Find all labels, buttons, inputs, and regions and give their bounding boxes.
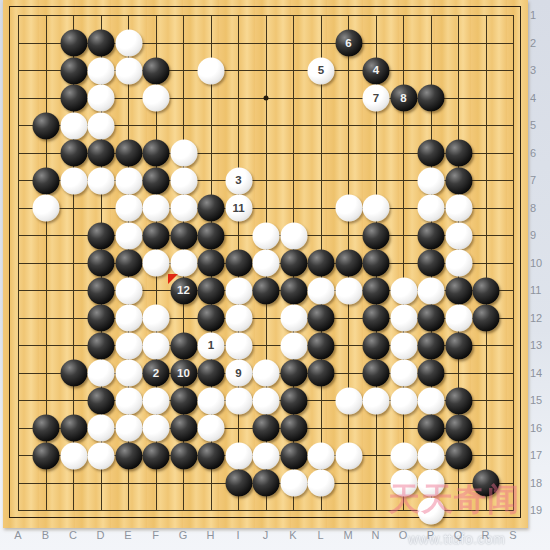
stone-white bbox=[280, 305, 307, 332]
stone-black bbox=[418, 250, 445, 277]
col-label: L bbox=[317, 529, 323, 541]
stone-white bbox=[418, 387, 445, 414]
stone-black bbox=[60, 360, 87, 387]
stone-black bbox=[473, 305, 500, 332]
stone-white bbox=[198, 387, 225, 414]
stone-black bbox=[363, 360, 390, 387]
col-label: M bbox=[343, 529, 352, 541]
stone-black bbox=[225, 250, 252, 277]
row-label: 16 bbox=[530, 422, 542, 434]
col-label: H bbox=[207, 529, 215, 541]
stone-black bbox=[418, 305, 445, 332]
stone-white-numbered: 11 bbox=[225, 195, 252, 222]
stone-black bbox=[198, 250, 225, 277]
stone-black bbox=[60, 57, 87, 84]
row-label: 12 bbox=[530, 312, 542, 324]
stone-white bbox=[60, 167, 87, 194]
go-diagram-page: { "game": "go", "board_size": 19, "posit… bbox=[0, 0, 550, 550]
stone-white bbox=[390, 442, 417, 469]
stone-black bbox=[198, 222, 225, 249]
stone-black bbox=[280, 277, 307, 304]
stone-black bbox=[418, 140, 445, 167]
stone-black bbox=[88, 387, 115, 414]
stone-white bbox=[88, 57, 115, 84]
col-label: G bbox=[179, 529, 188, 541]
stone-black bbox=[170, 387, 197, 414]
stone-white bbox=[335, 387, 362, 414]
stone-black bbox=[253, 470, 280, 497]
stone-black-numbered: 6 bbox=[335, 30, 362, 57]
stone-white bbox=[445, 222, 472, 249]
stone-white bbox=[88, 442, 115, 469]
stone-white bbox=[88, 415, 115, 442]
stone-white-numbered: 1 bbox=[198, 332, 225, 359]
stone-black bbox=[418, 415, 445, 442]
stone-black bbox=[33, 415, 60, 442]
stone-white bbox=[143, 195, 170, 222]
stone-black bbox=[115, 140, 142, 167]
stone-white bbox=[33, 195, 60, 222]
stone-white bbox=[60, 112, 87, 139]
stone-black bbox=[33, 112, 60, 139]
stone-white bbox=[335, 195, 362, 222]
stone-white bbox=[115, 30, 142, 57]
stone-white bbox=[143, 250, 170, 277]
stone-black bbox=[143, 167, 170, 194]
stone-black bbox=[88, 250, 115, 277]
stone-white bbox=[60, 442, 87, 469]
stone-black bbox=[60, 415, 87, 442]
stone-white bbox=[225, 442, 252, 469]
stone-black bbox=[198, 277, 225, 304]
col-label: A bbox=[14, 529, 21, 541]
stone-white bbox=[390, 277, 417, 304]
stone-white bbox=[445, 305, 472, 332]
stone-white bbox=[115, 332, 142, 359]
stone-black-numbered: 4 bbox=[363, 57, 390, 84]
col-label: R bbox=[482, 529, 490, 541]
stone-white bbox=[308, 470, 335, 497]
row-label: 2 bbox=[530, 37, 536, 49]
stone-black bbox=[418, 360, 445, 387]
stone-black bbox=[445, 332, 472, 359]
stone-white bbox=[143, 415, 170, 442]
stone-black bbox=[418, 85, 445, 112]
stone-black bbox=[308, 305, 335, 332]
stone-black bbox=[88, 140, 115, 167]
stone-white bbox=[198, 57, 225, 84]
col-label: B bbox=[42, 529, 49, 541]
stone-black bbox=[60, 140, 87, 167]
stone-white bbox=[390, 360, 417, 387]
stone-black bbox=[445, 277, 472, 304]
stone-black bbox=[88, 305, 115, 332]
stone-black bbox=[88, 222, 115, 249]
stone-white bbox=[253, 442, 280, 469]
stone-black bbox=[445, 415, 472, 442]
stone-black bbox=[115, 250, 142, 277]
row-label: 8 bbox=[530, 202, 536, 214]
stone-white bbox=[308, 442, 335, 469]
col-label: P bbox=[427, 529, 434, 541]
col-label: D bbox=[97, 529, 105, 541]
stone-white bbox=[253, 222, 280, 249]
stone-black bbox=[418, 332, 445, 359]
stone-black bbox=[280, 360, 307, 387]
stone-white bbox=[115, 195, 142, 222]
stone-white bbox=[115, 360, 142, 387]
stone-white-numbered: 7 bbox=[363, 85, 390, 112]
stone-black bbox=[418, 222, 445, 249]
stone-black bbox=[170, 442, 197, 469]
stone-black bbox=[33, 442, 60, 469]
stone-white bbox=[225, 277, 252, 304]
stone-white bbox=[88, 112, 115, 139]
row-label: 3 bbox=[530, 64, 536, 76]
stone-white bbox=[115, 415, 142, 442]
stone-white-numbered: 5 bbox=[308, 57, 335, 84]
stone-black bbox=[253, 277, 280, 304]
stone-white bbox=[280, 222, 307, 249]
stone-black bbox=[253, 415, 280, 442]
stone-white bbox=[115, 57, 142, 84]
stone-black bbox=[308, 250, 335, 277]
stone-white bbox=[143, 387, 170, 414]
stone-white bbox=[390, 305, 417, 332]
stone-white bbox=[253, 387, 280, 414]
col-label: F bbox=[152, 529, 159, 541]
stone-white bbox=[418, 195, 445, 222]
stone-white bbox=[445, 250, 472, 277]
stone-black bbox=[170, 415, 197, 442]
row-label: 4 bbox=[530, 92, 536, 104]
stone-white bbox=[88, 85, 115, 112]
stone-black bbox=[280, 442, 307, 469]
stone-white bbox=[280, 470, 307, 497]
stone-black bbox=[445, 140, 472, 167]
stone-black bbox=[143, 140, 170, 167]
stone-black bbox=[143, 442, 170, 469]
row-label: 1 bbox=[530, 9, 536, 21]
row-label: 19 bbox=[530, 504, 542, 516]
stone-white bbox=[308, 277, 335, 304]
stone-black bbox=[88, 277, 115, 304]
stone-black bbox=[363, 222, 390, 249]
stone-black-numbered: 8 bbox=[390, 85, 417, 112]
stone-white bbox=[335, 277, 362, 304]
stone-black bbox=[143, 222, 170, 249]
stone-white bbox=[115, 277, 142, 304]
row-label: 10 bbox=[530, 257, 542, 269]
col-label: E bbox=[124, 529, 131, 541]
stone-black bbox=[363, 332, 390, 359]
stone-black bbox=[115, 442, 142, 469]
stone-white bbox=[115, 167, 142, 194]
stone-white bbox=[390, 332, 417, 359]
stone-black-numbered: 12 bbox=[170, 277, 197, 304]
col-label: K bbox=[289, 529, 296, 541]
stone-black bbox=[280, 415, 307, 442]
watermark-logo: 天天奇闻 bbox=[388, 478, 548, 522]
stone-black bbox=[88, 30, 115, 57]
stone-white bbox=[115, 305, 142, 332]
stone-white-numbered: 3 bbox=[225, 167, 252, 194]
stone-white bbox=[253, 250, 280, 277]
go-board: 654783111212109 bbox=[3, 0, 528, 528]
stone-black bbox=[280, 387, 307, 414]
stone-black bbox=[60, 30, 87, 57]
row-label: 18 bbox=[530, 477, 542, 489]
row-label: 7 bbox=[530, 174, 536, 186]
col-label: N bbox=[372, 529, 380, 541]
stone-white bbox=[280, 332, 307, 359]
stone-black bbox=[445, 167, 472, 194]
stone-white-numbered: 9 bbox=[225, 360, 252, 387]
stone-white bbox=[88, 360, 115, 387]
col-label: O bbox=[399, 529, 408, 541]
stone-white bbox=[253, 360, 280, 387]
stone-white bbox=[363, 387, 390, 414]
row-label: 17 bbox=[530, 449, 542, 461]
grid-line-v bbox=[513, 15, 514, 511]
stone-white bbox=[88, 167, 115, 194]
row-label: 15 bbox=[530, 394, 542, 406]
stone-white bbox=[170, 250, 197, 277]
stone-black-numbered: 2 bbox=[143, 360, 170, 387]
stone-white bbox=[170, 195, 197, 222]
stone-black bbox=[363, 250, 390, 277]
stone-black bbox=[308, 360, 335, 387]
hoshi-point bbox=[264, 96, 269, 101]
stone-white bbox=[143, 85, 170, 112]
stone-black bbox=[170, 222, 197, 249]
stone-white bbox=[335, 442, 362, 469]
col-label: Q bbox=[454, 529, 463, 541]
stone-black bbox=[198, 360, 225, 387]
stone-white bbox=[143, 332, 170, 359]
stone-black bbox=[308, 332, 335, 359]
stone-black bbox=[445, 387, 472, 414]
stone-white bbox=[198, 415, 225, 442]
stone-black bbox=[198, 305, 225, 332]
row-label: 14 bbox=[530, 367, 542, 379]
stone-white bbox=[418, 167, 445, 194]
stone-white bbox=[170, 140, 197, 167]
col-label: C bbox=[69, 529, 77, 541]
stone-black bbox=[170, 332, 197, 359]
row-label: 11 bbox=[530, 284, 541, 296]
col-label: I bbox=[236, 529, 239, 541]
col-label: S bbox=[509, 529, 516, 541]
row-label: 5 bbox=[530, 119, 536, 131]
stone-black bbox=[363, 277, 390, 304]
stone-white bbox=[418, 277, 445, 304]
stone-white bbox=[445, 195, 472, 222]
row-label: 9 bbox=[530, 229, 536, 241]
stone-black bbox=[280, 250, 307, 277]
stone-white bbox=[363, 195, 390, 222]
stone-black bbox=[473, 277, 500, 304]
row-label: 6 bbox=[530, 147, 536, 159]
stone-white bbox=[225, 387, 252, 414]
stone-white bbox=[115, 222, 142, 249]
row-label: 13 bbox=[530, 339, 542, 351]
stone-black bbox=[363, 305, 390, 332]
stone-white bbox=[170, 167, 197, 194]
grid-line-v bbox=[486, 15, 487, 511]
stone-white bbox=[418, 442, 445, 469]
stone-white bbox=[225, 305, 252, 332]
stone-white bbox=[225, 332, 252, 359]
stone-black bbox=[335, 250, 362, 277]
stone-black bbox=[445, 442, 472, 469]
stone-black bbox=[198, 442, 225, 469]
stone-black bbox=[198, 195, 225, 222]
stone-black-numbered: 10 bbox=[170, 360, 197, 387]
stone-black bbox=[88, 332, 115, 359]
stone-black bbox=[225, 470, 252, 497]
stone-black bbox=[143, 57, 170, 84]
stone-white bbox=[390, 387, 417, 414]
stone-black bbox=[33, 167, 60, 194]
col-label: J bbox=[263, 529, 269, 541]
stone-white bbox=[115, 387, 142, 414]
stone-white bbox=[143, 305, 170, 332]
stone-black bbox=[60, 85, 87, 112]
